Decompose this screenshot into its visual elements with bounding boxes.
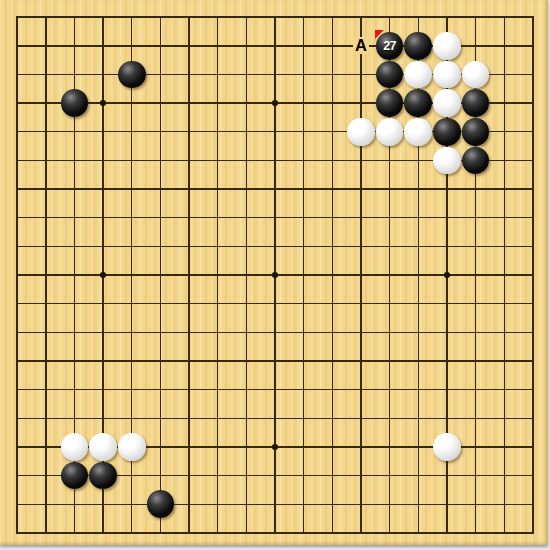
white-stone bbox=[347, 118, 375, 146]
white-stone bbox=[433, 89, 461, 117]
variation-label-a[interactable]: A bbox=[347, 31, 376, 60]
white-stone bbox=[433, 61, 461, 89]
star-point bbox=[100, 100, 106, 106]
white-stone bbox=[462, 61, 490, 89]
black-stone bbox=[61, 462, 89, 490]
white-stone bbox=[376, 118, 404, 146]
white-stone bbox=[433, 147, 461, 175]
black-stone bbox=[462, 89, 490, 117]
white-stone bbox=[61, 433, 89, 461]
star-point bbox=[444, 272, 450, 278]
white-stone bbox=[118, 433, 146, 461]
go-board: A 27 bbox=[0, 0, 548, 545]
black-stone bbox=[376, 89, 404, 117]
star-point bbox=[100, 272, 106, 278]
star-point bbox=[272, 272, 278, 278]
black-stone bbox=[462, 147, 490, 175]
black-stone bbox=[147, 490, 175, 518]
white-stone bbox=[89, 433, 117, 461]
white-stone bbox=[404, 61, 432, 89]
move-number-label: 27 bbox=[383, 39, 396, 53]
black-stone bbox=[61, 89, 89, 117]
white-stone bbox=[404, 118, 432, 146]
last-move-stone-overlay: 27 bbox=[375, 31, 404, 60]
black-stone bbox=[404, 32, 432, 60]
black-stone bbox=[404, 89, 432, 117]
white-stone bbox=[433, 32, 461, 60]
black-stone bbox=[433, 118, 461, 146]
star-point bbox=[272, 444, 278, 450]
black-stone bbox=[462, 118, 490, 146]
page: A 27 bbox=[0, 0, 550, 550]
last-move-marker-icon bbox=[375, 30, 384, 39]
goban-grid[interactable]: A 27 bbox=[3, 3, 548, 548]
star-point bbox=[272, 100, 278, 106]
white-stone bbox=[433, 433, 461, 461]
black-stone bbox=[376, 61, 404, 89]
black-stone bbox=[118, 61, 146, 89]
black-stone bbox=[89, 462, 117, 490]
variation-label-a-text: A bbox=[353, 37, 369, 54]
